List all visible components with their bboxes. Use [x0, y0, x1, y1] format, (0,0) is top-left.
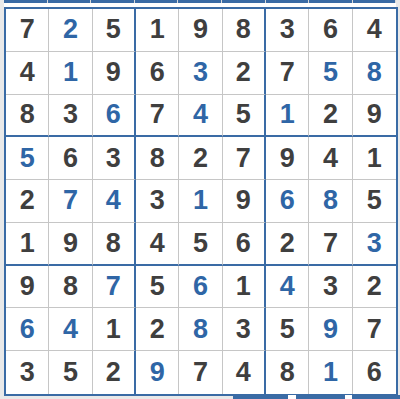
cell-r3c7[interactable]: 1: [266, 95, 309, 138]
cell-r2c3[interactable]: 9: [93, 52, 136, 95]
cell-r5c9[interactable]: 5: [353, 180, 396, 223]
cell-r2c7[interactable]: 7: [266, 52, 309, 95]
cell-r6c2[interactable]: 9: [49, 223, 92, 266]
cell-r3c5[interactable]: 4: [179, 95, 222, 138]
cell-r1c4[interactable]: 1: [136, 9, 179, 52]
cell-r1c2[interactable]: 2: [49, 9, 92, 52]
cell-r6c4[interactable]: 4: [136, 223, 179, 266]
cell-r6c7[interactable]: 2: [266, 223, 309, 266]
cell-r3c2[interactable]: 3: [49, 95, 92, 138]
cutoff-bottom-strip: [233, 395, 400, 399]
cell-r1c7[interactable]: 3: [266, 9, 309, 52]
cell-r4c6[interactable]: 7: [223, 137, 266, 180]
cell-r4c3[interactable]: 3: [93, 137, 136, 180]
sudoku-page: 7251983644196327588367451295638279412743…: [0, 0, 400, 399]
cell-r9c1[interactable]: 3: [6, 351, 49, 394]
cell-r6c9[interactable]: 3: [353, 223, 396, 266]
cell-r2c1[interactable]: 4: [6, 52, 49, 95]
cell-r1c8[interactable]: 6: [309, 9, 352, 52]
cell-r4c8[interactable]: 4: [309, 137, 352, 180]
cell-r5c3[interactable]: 4: [93, 180, 136, 223]
cell-r9c4[interactable]: 9: [136, 351, 179, 394]
cell-r3c1[interactable]: 8: [6, 95, 49, 138]
cell-r4c7[interactable]: 9: [266, 137, 309, 180]
cell-r8c9[interactable]: 7: [353, 308, 396, 351]
cell-r5c2[interactable]: 7: [49, 180, 92, 223]
cell-r4c5[interactable]: 2: [179, 137, 222, 180]
cell-r9c7[interactable]: 8: [266, 351, 309, 394]
cell-r6c6[interactable]: 6: [223, 223, 266, 266]
cell-r3c8[interactable]: 2: [309, 95, 352, 138]
cell-r9c8[interactable]: 1: [309, 351, 352, 394]
cell-r7c5[interactable]: 6: [179, 266, 222, 309]
cell-r8c5[interactable]: 8: [179, 308, 222, 351]
cell-r8c7[interactable]: 5: [266, 308, 309, 351]
cell-r6c3[interactable]: 8: [93, 223, 136, 266]
cell-r7c7[interactable]: 4: [266, 266, 309, 309]
cell-r7c4[interactable]: 5: [136, 266, 179, 309]
cell-r1c9[interactable]: 4: [353, 9, 396, 52]
cell-r2c8[interactable]: 5: [309, 52, 352, 95]
cell-r1c1[interactable]: 7: [6, 9, 49, 52]
cell-r6c5[interactable]: 5: [179, 223, 222, 266]
cell-r9c6[interactable]: 4: [223, 351, 266, 394]
cell-r1c3[interactable]: 5: [93, 9, 136, 52]
cell-r8c4[interactable]: 2: [136, 308, 179, 351]
cell-r8c3[interactable]: 1: [93, 308, 136, 351]
cell-r4c2[interactable]: 6: [49, 137, 92, 180]
cell-r7c3[interactable]: 7: [93, 266, 136, 309]
cell-r2c5[interactable]: 3: [179, 52, 222, 95]
sudoku-board: 7251983644196327588367451295638279412743…: [4, 7, 398, 396]
cell-r8c2[interactable]: 4: [49, 308, 92, 351]
cell-r2c6[interactable]: 2: [223, 52, 266, 95]
cell-r2c4[interactable]: 6: [136, 52, 179, 95]
cell-r4c4[interactable]: 8: [136, 137, 179, 180]
cell-r8c1[interactable]: 6: [6, 308, 49, 351]
cell-r3c3[interactable]: 6: [93, 95, 136, 138]
cell-r8c8[interactable]: 9: [309, 308, 352, 351]
cell-r1c6[interactable]: 8: [223, 9, 266, 52]
cell-r5c6[interactable]: 9: [223, 180, 266, 223]
cell-r5c5[interactable]: 1: [179, 180, 222, 223]
cell-r4c9[interactable]: 1: [353, 137, 396, 180]
cell-r7c6[interactable]: 1: [223, 266, 266, 309]
cell-r9c3[interactable]: 2: [93, 351, 136, 394]
cell-r5c1[interactable]: 2: [6, 180, 49, 223]
cell-r2c2[interactable]: 1: [49, 52, 92, 95]
cell-r7c2[interactable]: 8: [49, 266, 92, 309]
cell-r5c4[interactable]: 3: [136, 180, 179, 223]
cell-r5c8[interactable]: 8: [309, 180, 352, 223]
cell-r7c8[interactable]: 3: [309, 266, 352, 309]
cell-r3c4[interactable]: 7: [136, 95, 179, 138]
cell-r8c6[interactable]: 3: [223, 308, 266, 351]
cell-r3c9[interactable]: 9: [353, 95, 396, 138]
cell-r9c5[interactable]: 7: [179, 351, 222, 394]
cell-r9c9[interactable]: 6: [353, 351, 396, 394]
cell-r1c5[interactable]: 9: [179, 9, 222, 52]
cell-r3c6[interactable]: 5: [223, 95, 266, 138]
cell-r5c7[interactable]: 6: [266, 180, 309, 223]
cell-r9c2[interactable]: 5: [49, 351, 92, 394]
cutoff-top-strip: [4, 0, 396, 3]
cell-r6c1[interactable]: 1: [6, 223, 49, 266]
cell-r7c9[interactable]: 2: [353, 266, 396, 309]
cell-r2c9[interactable]: 8: [353, 52, 396, 95]
cell-r6c8[interactable]: 7: [309, 223, 352, 266]
cell-r7c1[interactable]: 9: [6, 266, 49, 309]
cell-r4c1[interactable]: 5: [6, 137, 49, 180]
